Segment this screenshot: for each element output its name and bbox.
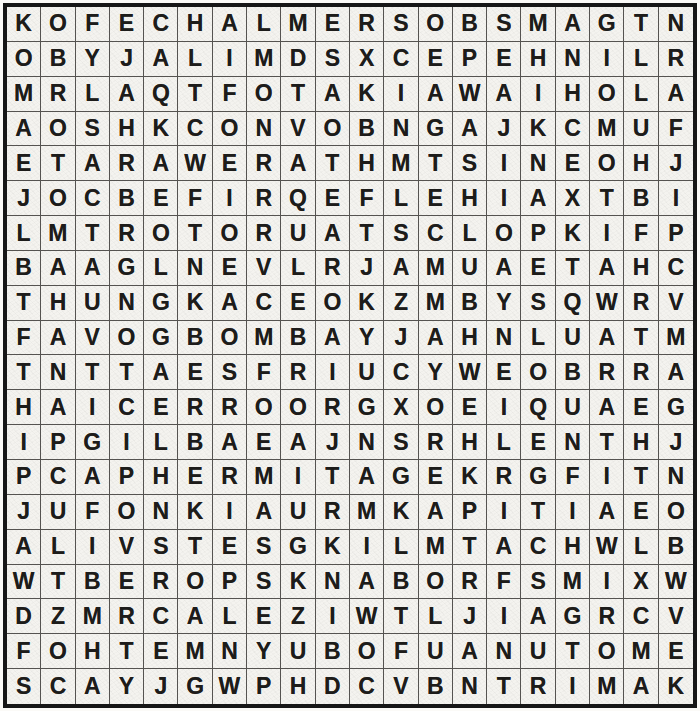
grid-cell[interactable]: R [247,216,281,251]
grid-cell[interactable]: S [384,425,418,460]
grid-cell[interactable]: C [384,355,418,390]
grid-cell[interactable]: N [178,251,212,286]
grid-cell[interactable]: F [659,112,693,147]
grid-cell[interactable]: R [316,495,350,530]
grid-cell[interactable]: A [213,425,247,460]
grid-cell[interactable]: X [384,390,418,425]
grid-cell[interactable]: O [419,565,453,600]
grid-cell[interactable]: R [590,355,624,390]
grid-cell[interactable]: S [213,355,247,390]
grid-cell[interactable]: O [419,390,453,425]
grid-cell[interactable]: M [76,599,110,634]
grid-cell[interactable]: Y [247,634,281,669]
grid-cell[interactable]: E [487,355,521,390]
grid-cell[interactable]: S [316,42,350,77]
grid-cell[interactable]: E [419,42,453,77]
grid-cell[interactable]: L [178,42,212,77]
grid-cell[interactable]: T [7,286,41,321]
grid-cell[interactable]: S [76,112,110,147]
grid-cell[interactable]: G [419,112,453,147]
grid-cell[interactable]: E [521,251,555,286]
grid-cell[interactable]: R [659,42,693,77]
grid-cell[interactable]: E [316,7,350,42]
grid-cell[interactable]: C [384,42,418,77]
grid-cell[interactable]: A [41,390,75,425]
grid-cell[interactable]: K [178,286,212,321]
grid-cell[interactable]: O [144,216,178,251]
grid-cell[interactable]: I [487,390,521,425]
grid-cell[interactable]: A [110,77,144,112]
grid-cell[interactable]: U [281,495,315,530]
grid-cell[interactable]: V [659,599,693,634]
grid-cell[interactable]: C [350,669,384,704]
grid-cell[interactable]: N [41,355,75,390]
grid-cell[interactable]: H [624,146,658,181]
grid-cell[interactable]: D [7,599,41,634]
grid-cell[interactable]: L [521,321,555,356]
grid-cell[interactable]: T [556,634,590,669]
grid-cell[interactable]: T [590,181,624,216]
grid-cell[interactable]: M [247,460,281,495]
grid-cell[interactable]: C [41,669,75,704]
grid-cell[interactable]: F [213,77,247,112]
grid-cell[interactable]: I [316,355,350,390]
grid-cell[interactable]: M [281,7,315,42]
grid-cell[interactable]: Q [556,286,590,321]
grid-cell[interactable]: T [521,495,555,530]
grid-cell[interactable]: A [76,146,110,181]
grid-cell[interactable]: E [247,425,281,460]
grid-cell[interactable]: O [521,355,555,390]
grid-cell[interactable]: L [624,42,658,77]
grid-cell[interactable]: N [487,634,521,669]
grid-cell[interactable]: Q [144,77,178,112]
grid-cell[interactable]: W [453,355,487,390]
grid-cell[interactable]: M [419,286,453,321]
grid-cell[interactable]: C [144,599,178,634]
grid-cell[interactable]: V [247,251,281,286]
grid-cell[interactable]: A [247,495,281,530]
grid-cell[interactable]: E [144,390,178,425]
grid-cell[interactable]: A [316,77,350,112]
grid-cell[interactable]: E [178,460,212,495]
grid-cell[interactable]: L [144,251,178,286]
grid-cell[interactable]: C [41,460,75,495]
grid-cell[interactable]: R [521,669,555,704]
grid-cell[interactable]: C [556,112,590,147]
grid-cell[interactable]: G [110,251,144,286]
grid-cell[interactable]: A [213,286,247,321]
grid-cell[interactable]: U [41,495,75,530]
grid-cell[interactable]: I [384,77,418,112]
grid-cell[interactable]: H [624,251,658,286]
grid-cell[interactable]: E [556,146,590,181]
grid-cell[interactable]: A [419,495,453,530]
grid-cell[interactable]: U [419,634,453,669]
grid-cell[interactable]: A [419,77,453,112]
grid-cell[interactable]: F [7,634,41,669]
grid-cell[interactable]: O [487,216,521,251]
grid-cell[interactable]: I [521,77,555,112]
grid-cell[interactable]: N [110,286,144,321]
grid-cell[interactable]: E [144,634,178,669]
grid-cell[interactable]: M [350,495,384,530]
grid-cell[interactable]: V [110,530,144,565]
grid-cell[interactable]: A [41,251,75,286]
grid-cell[interactable]: O [659,495,693,530]
grid-cell[interactable]: A [213,7,247,42]
grid-cell[interactable]: K [316,530,350,565]
grid-cell[interactable]: A [659,77,693,112]
grid-cell[interactable]: R [144,565,178,600]
grid-cell[interactable]: B [659,530,693,565]
grid-cell[interactable]: I [213,495,247,530]
grid-cell[interactable]: E [521,425,555,460]
grid-cell[interactable]: C [76,181,110,216]
grid-cell[interactable]: M [41,216,75,251]
grid-cell[interactable]: F [384,634,418,669]
grid-cell[interactable]: A [76,669,110,704]
grid-cell[interactable]: A [487,251,521,286]
grid-cell[interactable]: H [453,425,487,460]
grid-cell[interactable]: T [624,321,658,356]
grid-cell[interactable]: E [247,599,281,634]
grid-cell[interactable]: S [453,146,487,181]
grid-cell[interactable]: T [556,251,590,286]
grid-cell[interactable]: L [453,216,487,251]
grid-cell[interactable]: B [384,565,418,600]
grid-cell[interactable]: H [41,286,75,321]
grid-cell[interactable]: P [213,565,247,600]
grid-cell[interactable]: C [178,112,212,147]
grid-cell[interactable]: R [487,460,521,495]
grid-cell[interactable]: A [590,321,624,356]
grid-cell[interactable]: N [350,425,384,460]
grid-cell[interactable]: A [76,460,110,495]
grid-cell[interactable]: O [590,146,624,181]
grid-cell[interactable]: P [41,425,75,460]
grid-cell[interactable]: F [76,7,110,42]
grid-cell[interactable]: E [144,181,178,216]
grid-cell[interactable]: T [178,216,212,251]
grid-cell[interactable]: A [144,42,178,77]
grid-cell[interactable]: Y [76,42,110,77]
grid-cell[interactable]: U [281,634,315,669]
grid-cell[interactable]: M [247,42,281,77]
grid-cell[interactable]: G [178,669,212,704]
grid-cell[interactable]: O [590,77,624,112]
grid-cell[interactable]: C [419,216,453,251]
grid-cell[interactable]: U [624,112,658,147]
grid-cell[interactable]: W [659,565,693,600]
grid-cell[interactable]: T [316,146,350,181]
grid-cell[interactable]: N [144,495,178,530]
grid-cell[interactable]: P [247,669,281,704]
grid-cell[interactable]: A [487,77,521,112]
grid-cell[interactable]: S [487,7,521,42]
grid-cell[interactable]: L [384,181,418,216]
grid-cell[interactable]: I [487,181,521,216]
grid-cell[interactable]: A [178,599,212,634]
grid-cell[interactable]: U [556,321,590,356]
grid-cell[interactable]: E [213,251,247,286]
grid-cell[interactable]: G [384,460,418,495]
grid-cell[interactable]: B [7,251,41,286]
grid-cell[interactable]: K [7,7,41,42]
grid-cell[interactable]: E [7,146,41,181]
grid-cell[interactable]: I [659,181,693,216]
grid-cell[interactable]: T [76,216,110,251]
grid-cell[interactable]: R [316,390,350,425]
grid-cell[interactable]: H [76,634,110,669]
grid-cell[interactable]: S [247,565,281,600]
grid-cell[interactable]: K [144,112,178,147]
grid-cell[interactable]: O [316,286,350,321]
grid-cell[interactable]: B [110,181,144,216]
grid-cell[interactable]: H [556,530,590,565]
grid-cell[interactable]: Q [281,181,315,216]
grid-cell[interactable]: K [384,495,418,530]
grid-cell[interactable]: J [453,599,487,634]
grid-cell[interactable]: T [350,216,384,251]
grid-cell[interactable]: E [110,7,144,42]
grid-cell[interactable]: T [281,77,315,112]
grid-cell[interactable]: K [453,460,487,495]
grid-cell[interactable]: T [178,77,212,112]
grid-cell[interactable]: Y [487,286,521,321]
grid-cell[interactable]: B [350,112,384,147]
grid-cell[interactable]: N [659,460,693,495]
grid-cell[interactable]: M [384,146,418,181]
grid-cell[interactable]: I [556,495,590,530]
grid-cell[interactable]: I [7,425,41,460]
grid-cell[interactable]: N [316,565,350,600]
grid-cell[interactable]: T [487,669,521,704]
grid-cell[interactable]: I [487,495,521,530]
grid-cell[interactable]: F [350,181,384,216]
grid-cell[interactable]: V [384,669,418,704]
grid-cell[interactable]: H [521,42,555,77]
grid-cell[interactable]: G [76,425,110,460]
grid-cell[interactable]: C [521,530,555,565]
grid-cell[interactable]: N [487,321,521,356]
grid-cell[interactable]: A [556,7,590,42]
grid-cell[interactable]: A [659,355,693,390]
grid-cell[interactable]: E [178,355,212,390]
grid-cell[interactable]: H [624,425,658,460]
grid-cell[interactable]: Z [384,286,418,321]
grid-cell[interactable]: E [213,530,247,565]
grid-cell[interactable]: W [590,286,624,321]
grid-cell[interactable]: I [213,181,247,216]
grid-cell[interactable]: I [487,599,521,634]
grid-cell[interactable]: J [350,251,384,286]
grid-cell[interactable]: S [144,530,178,565]
grid-cell[interactable]: I [590,460,624,495]
grid-cell[interactable]: C [247,286,281,321]
grid-cell[interactable]: M [659,321,693,356]
grid-cell[interactable]: T [419,146,453,181]
grid-cell[interactable]: J [144,669,178,704]
grid-cell[interactable]: E [281,286,315,321]
grid-cell[interactable]: F [178,181,212,216]
grid-cell[interactable]: U [76,286,110,321]
grid-cell[interactable]: V [76,321,110,356]
grid-cell[interactable]: O [178,565,212,600]
grid-cell[interactable]: T [624,7,658,42]
grid-cell[interactable]: T [41,565,75,600]
grid-cell[interactable]: A [590,251,624,286]
grid-cell[interactable]: H [7,390,41,425]
grid-cell[interactable]: F [247,355,281,390]
grid-cell[interactable]: W [453,77,487,112]
grid-cell[interactable]: A [7,530,41,565]
grid-cell[interactable]: A [41,321,75,356]
grid-cell[interactable]: R [247,181,281,216]
grid-cell[interactable]: B [76,565,110,600]
grid-cell[interactable]: O [41,634,75,669]
grid-cell[interactable]: I [213,42,247,77]
grid-cell[interactable]: R [178,390,212,425]
grid-cell[interactable]: L [144,425,178,460]
grid-cell[interactable]: D [316,669,350,704]
grid-cell[interactable]: H [556,77,590,112]
grid-cell[interactable]: H [178,7,212,42]
grid-cell[interactable]: N [659,7,693,42]
grid-cell[interactable]: W [178,146,212,181]
grid-cell[interactable]: J [487,112,521,147]
grid-cell[interactable]: W [7,565,41,600]
grid-cell[interactable]: P [110,460,144,495]
grid-cell[interactable]: J [384,321,418,356]
grid-cell[interactable]: R [213,390,247,425]
grid-cell[interactable]: O [350,634,384,669]
grid-cell[interactable]: Y [419,355,453,390]
grid-cell[interactable]: O [110,321,144,356]
grid-cell[interactable]: O [316,112,350,147]
grid-cell[interactable]: X [350,42,384,77]
grid-cell[interactable]: A [316,216,350,251]
grid-cell[interactable]: R [350,7,384,42]
grid-cell[interactable]: G [659,390,693,425]
grid-cell[interactable]: Z [281,599,315,634]
grid-cell[interactable]: M [624,634,658,669]
grid-cell[interactable]: R [590,599,624,634]
grid-cell[interactable]: B [453,7,487,42]
grid-cell[interactable]: G [350,390,384,425]
grid-cell[interactable]: S [247,530,281,565]
grid-cell[interactable]: N [521,146,555,181]
grid-cell[interactable]: H [453,181,487,216]
grid-cell[interactable]: I [350,530,384,565]
grid-cell[interactable]: H [350,146,384,181]
grid-cell[interactable]: N [453,669,487,704]
grid-cell[interactable]: F [76,495,110,530]
grid-cell[interactable]: M [590,669,624,704]
grid-cell[interactable]: L [213,599,247,634]
grid-cell[interactable]: C [110,390,144,425]
grid-cell[interactable]: K [281,565,315,600]
grid-cell[interactable]: L [384,530,418,565]
grid-cell[interactable]: H [281,669,315,704]
grid-cell[interactable]: E [419,460,453,495]
grid-cell[interactable]: A [590,390,624,425]
grid-cell[interactable]: A [624,669,658,704]
grid-cell[interactable]: W [590,530,624,565]
grid-cell[interactable]: U [556,390,590,425]
grid-cell[interactable]: Y [110,669,144,704]
grid-cell[interactable]: A [453,634,487,669]
grid-cell[interactable]: A [487,530,521,565]
grid-cell[interactable]: P [521,216,555,251]
grid-cell[interactable]: B [178,321,212,356]
grid-cell[interactable]: I [76,390,110,425]
grid-cell[interactable]: K [350,77,384,112]
grid-cell[interactable]: O [247,77,281,112]
grid-cell[interactable]: M [419,530,453,565]
grid-cell[interactable]: K [556,216,590,251]
grid-cell[interactable]: A [350,565,384,600]
grid-cell[interactable]: A [281,425,315,460]
grid-cell[interactable]: E [110,565,144,600]
grid-cell[interactable]: B [316,634,350,669]
grid-cell[interactable]: P [453,495,487,530]
grid-cell[interactable]: T [76,355,110,390]
grid-cell[interactable]: E [419,181,453,216]
grid-cell[interactable]: C [144,7,178,42]
grid-cell[interactable]: O [590,634,624,669]
grid-cell[interactable]: M [590,112,624,147]
grid-cell[interactable]: U [281,216,315,251]
grid-cell[interactable]: T [110,355,144,390]
grid-cell[interactable]: B [419,669,453,704]
grid-cell[interactable]: B [624,181,658,216]
grid-cell[interactable]: G [144,286,178,321]
grid-cell[interactable]: S [521,565,555,600]
grid-cell[interactable]: G [281,530,315,565]
grid-cell[interactable]: E [624,390,658,425]
grid-cell[interactable]: W [350,599,384,634]
grid-cell[interactable]: R [624,355,658,390]
grid-cell[interactable]: G [590,7,624,42]
grid-cell[interactable]: R [41,77,75,112]
grid-cell[interactable]: N [213,634,247,669]
grid-cell[interactable]: I [281,460,315,495]
grid-cell[interactable]: T [590,425,624,460]
grid-cell[interactable]: L [487,425,521,460]
grid-cell[interactable]: A [521,181,555,216]
grid-cell[interactable]: R [624,286,658,321]
grid-cell[interactable]: A [316,321,350,356]
grid-cell[interactable]: M [7,77,41,112]
grid-cell[interactable]: I [316,599,350,634]
grid-cell[interactable]: I [590,216,624,251]
grid-cell[interactable]: O [247,390,281,425]
grid-cell[interactable]: A [384,251,418,286]
grid-cell[interactable]: E [316,181,350,216]
grid-cell[interactable]: N [247,112,281,147]
grid-cell[interactable]: E [453,390,487,425]
grid-cell[interactable]: M [247,321,281,356]
grid-cell[interactable]: R [419,425,453,460]
grid-cell[interactable]: Y [350,321,384,356]
grid-cell[interactable]: N [556,425,590,460]
grid-cell[interactable]: R [453,565,487,600]
grid-cell[interactable]: A [419,321,453,356]
grid-cell[interactable]: S [521,286,555,321]
grid-cell[interactable]: K [178,495,212,530]
grid-cell[interactable]: J [110,42,144,77]
